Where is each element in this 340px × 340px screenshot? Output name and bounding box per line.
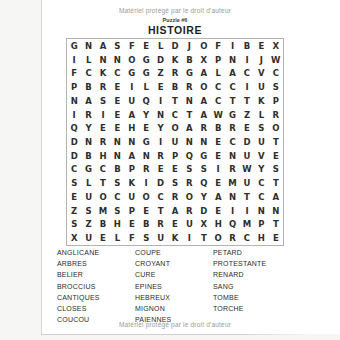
grid-cell: O: [197, 80, 211, 94]
grid-cell: N: [225, 149, 239, 163]
grid-cell: A: [225, 66, 239, 80]
grid-cell: S: [67, 218, 81, 232]
grid-cell: F: [125, 39, 139, 53]
grid-cell: A: [197, 94, 211, 108]
grid-cell: N: [269, 204, 283, 218]
grid-cell: R: [168, 66, 182, 80]
grid-cell: R: [81, 108, 95, 122]
grid-cell: N: [225, 190, 239, 204]
grid-cell: H: [110, 218, 124, 232]
grid-cell: U: [254, 80, 268, 94]
grid-cell: T: [240, 190, 254, 204]
grid-cell: L: [211, 66, 225, 80]
grid-cell: E: [110, 94, 124, 108]
grid-cell: I: [240, 204, 254, 218]
grid-cell: X: [67, 231, 81, 245]
grid-cell: R: [96, 135, 110, 149]
page-bottom-edge: [41, 334, 307, 335]
grid-cell: T: [269, 135, 283, 149]
copyright-bottom: Matériel protégé par le droit d'auteur: [42, 321, 308, 328]
grid-cell: T: [225, 94, 239, 108]
grid-cell: P: [125, 163, 139, 177]
word-list: ANGLICANEARBRESBELIERBROCCIUSCANTIQUESCL…: [57, 247, 291, 325]
grid-cell: O: [211, 231, 225, 245]
grid-cell: T: [197, 231, 211, 245]
grid-cell: E: [153, 163, 167, 177]
word-list-item: CROYANT: [135, 258, 213, 269]
grid-cell: D: [67, 149, 81, 163]
grid-cell: W: [269, 53, 283, 67]
grid-cell: Z: [67, 204, 81, 218]
grid-cell: O: [197, 39, 211, 53]
grid-cell: N: [182, 135, 196, 149]
grid-cell: S: [168, 176, 182, 190]
grid-cell: R: [182, 176, 196, 190]
grid-cell: J: [254, 53, 268, 67]
grid-cell: B: [110, 163, 124, 177]
grid-cell: V: [254, 66, 268, 80]
grid-cell: A: [168, 204, 182, 218]
grid-cell: J: [182, 39, 196, 53]
puzzle-page: Matériel protégé par le droit d'auteur P…: [42, 0, 340, 334]
grid-cell: U: [153, 231, 167, 245]
grid-cell: G: [125, 66, 139, 80]
grid-cell: G: [182, 66, 196, 80]
book-page-scan: Matériel protégé par le droit d'auteur P…: [0, 0, 340, 340]
grid-cell: E: [139, 121, 153, 135]
grid-cell: I: [139, 176, 153, 190]
grid-cell: A: [125, 149, 139, 163]
grid-cell: L: [81, 53, 95, 67]
grid-cell: Z: [153, 66, 167, 80]
grid-cell: F: [211, 39, 225, 53]
grid-cell: O: [96, 190, 110, 204]
grid-cell: Y: [81, 121, 95, 135]
grid-cell: B: [81, 80, 95, 94]
grid-cell: M: [96, 204, 110, 218]
grid-cell: Z: [240, 108, 254, 122]
grid-cell: R: [96, 80, 110, 94]
grid-cell: C: [81, 66, 95, 80]
word-search-grid: GNASFELDJOFIBEXILNNOGDKBXPNIJWFCKCGGZRGA…: [66, 38, 284, 246]
grid-cell: W: [240, 163, 254, 177]
grid-cell: Q: [197, 176, 211, 190]
word-list-column: ANGLICANEARBRESBELIERBROCCIUSCANTIQUESCL…: [57, 247, 135, 325]
grid-cell: I: [67, 108, 81, 122]
grid-cell: E: [110, 121, 124, 135]
grid-cell: L: [110, 231, 124, 245]
grid-cell: I: [225, 39, 239, 53]
grid-cell: E: [240, 121, 254, 135]
grid-cell: B: [211, 121, 225, 135]
grid-cell: C: [225, 80, 239, 94]
grid-cell: A: [197, 108, 211, 122]
grid-cell: A: [269, 190, 283, 204]
grid-cell: G: [139, 53, 153, 67]
grid-cell: C: [110, 190, 124, 204]
grid-cell: M: [225, 176, 239, 190]
grid-cell: E: [125, 218, 139, 232]
grid-cell: D: [153, 53, 167, 67]
grid-cell: S: [96, 94, 110, 108]
grid-cell: D: [197, 204, 211, 218]
grid-cell: R: [182, 80, 196, 94]
grid-cell: N: [182, 94, 196, 108]
grid-cell: C: [153, 190, 167, 204]
grid-cell: I: [153, 135, 167, 149]
grid-cell: Y: [197, 190, 211, 204]
grid-cell: C: [67, 163, 81, 177]
grid-cell: E: [211, 176, 225, 190]
grid-cell: Y: [254, 163, 268, 177]
grid-cell: U: [182, 218, 196, 232]
grid-cell: E: [110, 108, 124, 122]
grid-cell: E: [96, 121, 110, 135]
grid-cell: E: [254, 39, 268, 53]
grid-cell: N: [197, 135, 211, 149]
grid-cell: T: [96, 176, 110, 190]
grid-cell: R: [153, 218, 167, 232]
grid-cell: S: [269, 163, 283, 177]
word-list-item: SANG: [213, 281, 291, 292]
grid-cell: G: [139, 135, 153, 149]
grid-cell: U: [254, 135, 268, 149]
grid-cell: E: [211, 135, 225, 149]
grid-cell: B: [168, 80, 182, 94]
grid-cell: T: [153, 204, 167, 218]
grid-cell: R: [225, 163, 239, 177]
grid-cell: N: [67, 94, 81, 108]
grid-cell: X: [197, 53, 211, 67]
grid-cell: B: [182, 53, 196, 67]
grid-cell: U: [125, 94, 139, 108]
page-left-edge: [41, 0, 42, 334]
grid-cell: Z: [81, 218, 95, 232]
grid-cell: N: [81, 135, 95, 149]
grid-cell: U: [168, 135, 182, 149]
grid-cell: P: [269, 94, 283, 108]
grid-cell: W: [211, 108, 225, 122]
grid-cell: L: [81, 176, 95, 190]
grid-cell: A: [125, 108, 139, 122]
grid-cell: U: [81, 190, 95, 204]
grid-cell: P: [168, 149, 182, 163]
grid-cell: I: [96, 108, 110, 122]
grid-cell: U: [240, 149, 254, 163]
grid-cell: N: [96, 53, 110, 67]
grid-cell: T: [269, 218, 283, 232]
word-list-item: BELIER: [57, 269, 135, 280]
word-list-item: PROTESTANTE: [213, 258, 291, 269]
grid-cell: R: [197, 121, 211, 135]
grid-cell: N: [110, 53, 124, 67]
grid-cell: B: [139, 218, 153, 232]
grid-cell: I: [67, 53, 81, 67]
word-list-item: COUPE: [135, 247, 213, 258]
grid-cell: B: [81, 149, 95, 163]
grid-cell: C: [168, 108, 182, 122]
word-list-item: TOMBE: [213, 292, 291, 303]
grid-cell: N: [139, 149, 153, 163]
grid-cell: Y: [153, 121, 167, 135]
grid-cell: S: [67, 176, 81, 190]
grid-cell: R: [225, 121, 239, 135]
grid-cell: N: [110, 149, 124, 163]
grid-cell: C: [225, 135, 239, 149]
grid-cell: O: [182, 190, 196, 204]
grid-cell: I: [240, 53, 254, 67]
grid-cell: E: [110, 80, 124, 94]
grid-cell: D: [240, 135, 254, 149]
grid-cell: C: [240, 66, 254, 80]
grid-cell: S: [197, 163, 211, 177]
grid-cell: F: [67, 66, 81, 80]
grid-cell: R: [139, 163, 153, 177]
word-list-item: ANGLICANE: [57, 247, 135, 258]
grid-cell: R: [168, 190, 182, 204]
word-list-item: CANTIQUES: [57, 292, 135, 303]
grid-cell: O: [139, 190, 153, 204]
grid-cell: L: [139, 80, 153, 94]
grid-cell: I: [153, 94, 167, 108]
grid-cell: T: [182, 108, 196, 122]
grid-cell: Q: [182, 149, 196, 163]
grid-cell: G: [81, 163, 95, 177]
grid-cell: Q: [67, 121, 81, 135]
grid-cell: I: [225, 204, 239, 218]
grid-cell: E: [168, 218, 182, 232]
grid-cell: C: [269, 66, 283, 80]
grid-cell: E: [168, 163, 182, 177]
grid-cell: D: [168, 39, 182, 53]
grid-cell: H: [211, 218, 225, 232]
grid-cell: N: [225, 53, 239, 67]
grid-cell: E: [139, 39, 153, 53]
grid-cell: P: [211, 53, 225, 67]
grid-cell: E: [96, 231, 110, 245]
grid-cell: E: [67, 190, 81, 204]
grid-cell: A: [211, 190, 225, 204]
grid-cell: A: [81, 94, 95, 108]
grid-cell: D: [67, 135, 81, 149]
word-list-column: COUPECROYANTCUREEPINESHEBREUXMIGNONPAIEN…: [135, 247, 213, 325]
grid-cell: C: [254, 176, 268, 190]
grid-cell: N: [110, 135, 124, 149]
word-list-item: BROCCIUS: [57, 281, 135, 292]
grid-cell: N: [81, 39, 95, 53]
grid-cell: S: [139, 231, 153, 245]
grid-cell: K: [96, 66, 110, 80]
grid-cell: N: [254, 204, 268, 218]
grid-cell: E: [139, 204, 153, 218]
grid-cell: R: [153, 149, 167, 163]
grid-cell: T: [168, 94, 182, 108]
grid-cell: O: [269, 121, 283, 135]
grid-cell: K: [168, 53, 182, 67]
grid-cell: B: [240, 39, 254, 53]
word-list-item: EPINES: [135, 281, 213, 292]
grid-cell: O: [125, 53, 139, 67]
grid-cell: G: [139, 66, 153, 80]
grid-cell: C: [254, 190, 268, 204]
grid-cell: S: [254, 121, 268, 135]
grid-cell: P: [254, 218, 268, 232]
grid-cell: H: [254, 231, 268, 245]
grid-cell: Q: [225, 218, 239, 232]
word-list-item: HEBREUX: [135, 292, 213, 303]
grid-cell: D: [153, 176, 167, 190]
grid-cell: M: [240, 218, 254, 232]
grid-cell: I: [240, 80, 254, 94]
grid-cell: V: [254, 149, 268, 163]
grid-cell: P: [125, 204, 139, 218]
grid-cell: K: [168, 231, 182, 245]
grid-cell: R: [225, 231, 239, 245]
grid-cell: G: [67, 39, 81, 53]
grid-cell: S: [110, 204, 124, 218]
grid-cell: X: [197, 218, 211, 232]
word-list-item: CLOSES: [57, 303, 135, 314]
grid-cell: R: [269, 108, 283, 122]
grid-cell: I: [182, 231, 196, 245]
grid-cell: U: [240, 176, 254, 190]
grid-cell: Y: [139, 108, 153, 122]
grid-cell: N: [125, 135, 139, 149]
grid-cell: I: [125, 80, 139, 94]
grid-cell: C: [240, 231, 254, 245]
grid-cell: F: [125, 231, 139, 245]
puzzle-number: Puzzle #6: [42, 17, 308, 23]
grid-cell: E: [153, 80, 167, 94]
grid-cell: H: [125, 121, 139, 135]
grid-cell: G: [197, 149, 211, 163]
copyright-top: Matériel protégé par le droit d'auteur: [42, 7, 308, 14]
grid-cell: S: [110, 176, 124, 190]
grid-cell: A: [197, 66, 211, 80]
word-list-column: PETARDPROTESTANTERENARDSANGTOMBETORCHE: [213, 247, 291, 325]
grid-cell: C: [211, 80, 225, 94]
grid-cell: H: [96, 149, 110, 163]
grid-cell: X: [269, 39, 283, 53]
grid-cell: S: [110, 39, 124, 53]
grid-cell: U: [125, 190, 139, 204]
word-list-item: MIGNON: [135, 303, 213, 314]
grid-cell: S: [182, 163, 196, 177]
grid-cell: L: [153, 39, 167, 53]
grid-cell: G: [225, 108, 239, 122]
grid-cell: T: [240, 94, 254, 108]
grid-cell: A: [182, 121, 196, 135]
grid-cell: I: [211, 163, 225, 177]
grid-cell: S: [81, 204, 95, 218]
grid-cell: O: [168, 121, 182, 135]
word-list-item: CURE: [135, 269, 213, 280]
grid-cell: C: [96, 163, 110, 177]
grid-cell: E: [269, 149, 283, 163]
grid-cell: P: [67, 80, 81, 94]
grid-cell: T: [269, 176, 283, 190]
grid-cell: A: [96, 39, 110, 53]
word-list-item: RENARD: [213, 269, 291, 280]
word-list-item: ARBRES: [57, 258, 135, 269]
grid-cell: S: [269, 80, 283, 94]
grid-cell: B: [96, 218, 110, 232]
grid-cell: E: [211, 204, 225, 218]
puzzle-title: HISTOIRE: [42, 24, 308, 36]
grid-cell: K: [125, 176, 139, 190]
grid-cell: L: [254, 108, 268, 122]
grid-cell: U: [81, 231, 95, 245]
grid-cell: E: [269, 231, 283, 245]
grid-cell: E: [211, 149, 225, 163]
grid-cell: Q: [139, 94, 153, 108]
word-list-item: PETARD: [213, 247, 291, 258]
grid-cell: C: [211, 94, 225, 108]
grid-cell: C: [110, 66, 124, 80]
grid-cell: R: [182, 204, 196, 218]
word-list-item: TORCHE: [213, 303, 291, 314]
grid-cell: N: [153, 108, 167, 122]
grid-cell: K: [254, 94, 268, 108]
